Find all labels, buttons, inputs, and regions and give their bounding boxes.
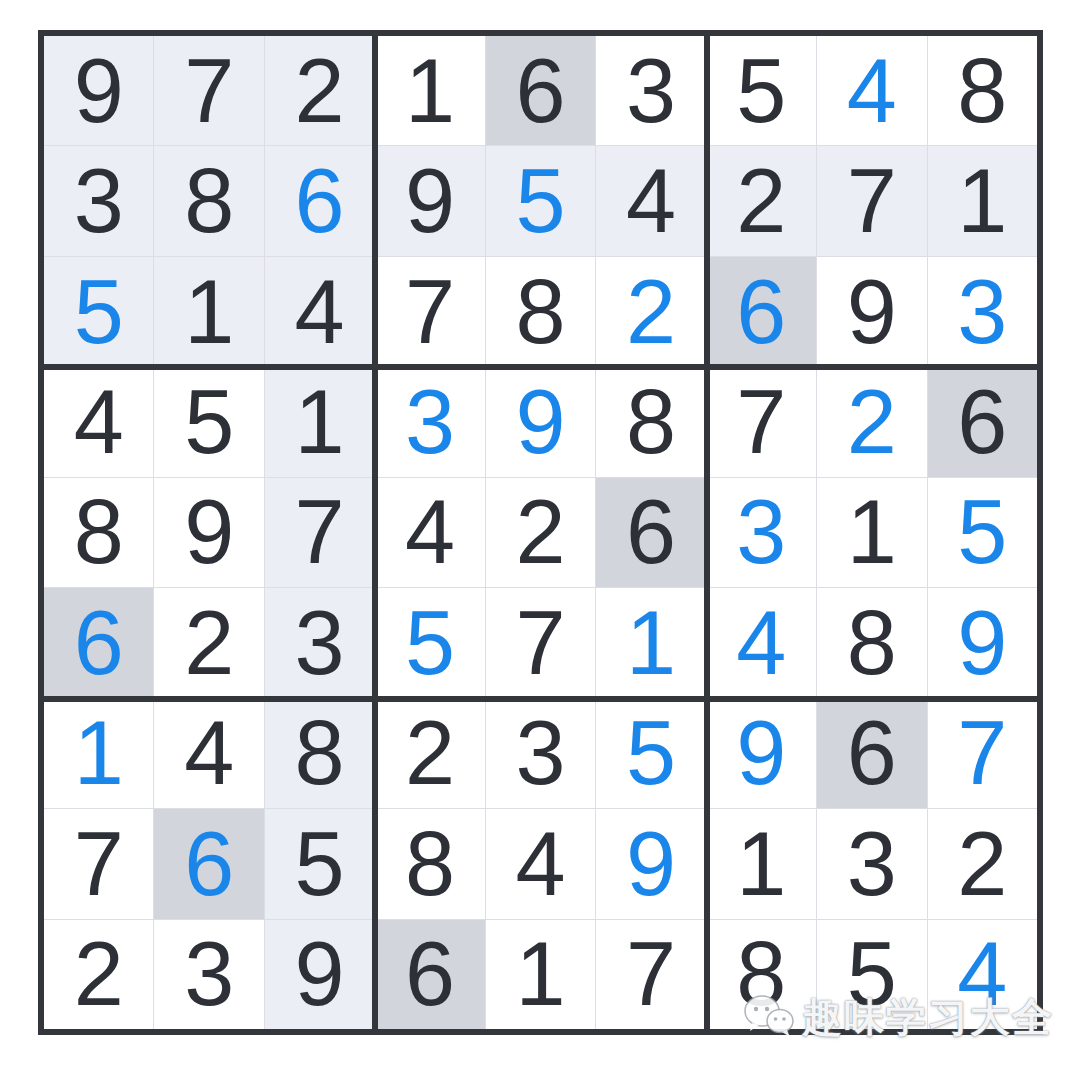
cell-r8c1[interactable]: 7 xyxy=(44,809,153,918)
cell-r8c3[interactable]: 5 xyxy=(265,809,374,918)
cell-r9c5[interactable]: 1 xyxy=(486,920,595,1029)
cell-r1c4[interactable]: 1 xyxy=(375,36,484,145)
cell-r8c4[interactable]: 8 xyxy=(375,809,484,918)
cell-r8c6[interactable]: 9 xyxy=(596,809,705,918)
cell-r4c8[interactable]: 2 xyxy=(817,367,926,476)
cell-r8c7[interactable]: 1 xyxy=(707,809,816,918)
cell-r8c9[interactable]: 2 xyxy=(928,809,1037,918)
cell-r6c2[interactable]: 2 xyxy=(154,588,263,697)
cell-r6c5[interactable]: 7 xyxy=(486,588,595,697)
cell-r1c8[interactable]: 4 xyxy=(817,36,926,145)
cell-r9c1[interactable]: 2 xyxy=(44,920,153,1029)
cell-r4c4[interactable]: 3 xyxy=(375,367,484,476)
box-divider-vertical-2 xyxy=(704,30,710,1035)
cell-r4c6[interactable]: 8 xyxy=(596,367,705,476)
cell-r6c6[interactable]: 1 xyxy=(596,588,705,697)
cell-r1c3[interactable]: 2 xyxy=(265,36,374,145)
cell-r8c5[interactable]: 4 xyxy=(486,809,595,918)
cell-r2c7[interactable]: 2 xyxy=(707,146,816,255)
cell-r4c2[interactable]: 5 xyxy=(154,367,263,476)
cell-r1c1[interactable]: 9 xyxy=(44,36,153,145)
cell-r4c1[interactable]: 4 xyxy=(44,367,153,476)
cell-r7c1[interactable]: 1 xyxy=(44,699,153,808)
cell-r9c7[interactable]: 8 xyxy=(707,920,816,1029)
cell-r6c3[interactable]: 3 xyxy=(265,588,374,697)
cell-r1c9[interactable]: 8 xyxy=(928,36,1037,145)
cell-r9c9[interactable]: 4 xyxy=(928,920,1037,1029)
cell-r3c6[interactable]: 2 xyxy=(596,257,705,366)
cell-r5c3[interactable]: 7 xyxy=(265,478,374,587)
cell-r5c7[interactable]: 3 xyxy=(707,478,816,587)
cell-r9c8[interactable]: 5 xyxy=(817,920,926,1029)
cell-r2c6[interactable]: 4 xyxy=(596,146,705,255)
cell-r1c7[interactable]: 5 xyxy=(707,36,816,145)
cell-r6c8[interactable]: 8 xyxy=(817,588,926,697)
cell-r9c4[interactable]: 6 xyxy=(375,920,484,1029)
cell-r1c6[interactable]: 3 xyxy=(596,36,705,145)
cell-r9c2[interactable]: 3 xyxy=(154,920,263,1029)
cell-r5c1[interactable]: 8 xyxy=(44,478,153,587)
cell-r3c4[interactable]: 7 xyxy=(375,257,484,366)
cell-r3c7[interactable]: 6 xyxy=(707,257,816,366)
cell-r2c5[interactable]: 5 xyxy=(486,146,595,255)
box-divider-vertical-1 xyxy=(372,30,378,1035)
cell-r8c2[interactable]: 6 xyxy=(154,809,263,918)
cell-r7c6[interactable]: 5 xyxy=(596,699,705,808)
box-divider-horizontal-2 xyxy=(38,696,1043,702)
cell-r5c5[interactable]: 2 xyxy=(486,478,595,587)
cell-r5c9[interactable]: 5 xyxy=(928,478,1037,587)
cell-r9c6[interactable]: 7 xyxy=(596,920,705,1029)
cell-r5c2[interactable]: 9 xyxy=(154,478,263,587)
cell-r7c3[interactable]: 8 xyxy=(265,699,374,808)
cell-r3c1[interactable]: 5 xyxy=(44,257,153,366)
cell-r7c4[interactable]: 2 xyxy=(375,699,484,808)
cell-r5c6[interactable]: 6 xyxy=(596,478,705,587)
cell-r4c5[interactable]: 9 xyxy=(486,367,595,476)
cell-r7c8[interactable]: 6 xyxy=(817,699,926,808)
cell-r8c8[interactable]: 3 xyxy=(817,809,926,918)
cell-r7c9[interactable]: 7 xyxy=(928,699,1037,808)
page: 9721635483869542715147826934513987268974… xyxy=(0,0,1080,1077)
cell-r5c8[interactable]: 1 xyxy=(817,478,926,587)
cell-r6c1[interactable]: 6 xyxy=(44,588,153,697)
cell-r3c5[interactable]: 8 xyxy=(486,257,595,366)
cell-r4c9[interactable]: 6 xyxy=(928,367,1037,476)
cell-r3c8[interactable]: 9 xyxy=(817,257,926,366)
cell-r2c8[interactable]: 7 xyxy=(817,146,926,255)
cell-r5c4[interactable]: 4 xyxy=(375,478,484,587)
cell-r7c2[interactable]: 4 xyxy=(154,699,263,808)
cell-r1c2[interactable]: 7 xyxy=(154,36,263,145)
cell-r7c7[interactable]: 9 xyxy=(707,699,816,808)
cell-r2c1[interactable]: 3 xyxy=(44,146,153,255)
cell-r2c2[interactable]: 8 xyxy=(154,146,263,255)
cell-r2c9[interactable]: 1 xyxy=(928,146,1037,255)
cell-r9c3[interactable]: 9 xyxy=(265,920,374,1029)
cell-r2c3[interactable]: 6 xyxy=(265,146,374,255)
cell-r2c4[interactable]: 9 xyxy=(375,146,484,255)
box-divider-horizontal-1 xyxy=(38,364,1043,370)
cell-r3c3[interactable]: 4 xyxy=(265,257,374,366)
cell-r7c5[interactable]: 3 xyxy=(486,699,595,808)
cell-r6c4[interactable]: 5 xyxy=(375,588,484,697)
cell-r3c2[interactable]: 1 xyxy=(154,257,263,366)
cell-r1c5[interactable]: 6 xyxy=(486,36,595,145)
cell-r4c7[interactable]: 7 xyxy=(707,367,816,476)
cell-r4c3[interactable]: 1 xyxy=(265,367,374,476)
cell-r6c9[interactable]: 9 xyxy=(928,588,1037,697)
sudoku-grid: 9721635483869542715147826934513987268974… xyxy=(38,30,1043,1035)
cell-r3c9[interactable]: 3 xyxy=(928,257,1037,366)
cell-r6c7[interactable]: 4 xyxy=(707,588,816,697)
